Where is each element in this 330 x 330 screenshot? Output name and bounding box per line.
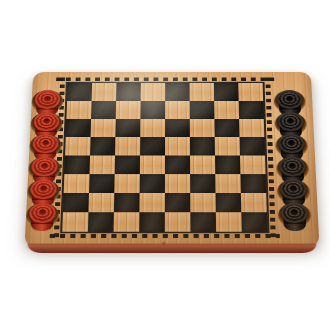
- board-square-light: [65, 137, 91, 155]
- board-square-light: [88, 193, 114, 212]
- board-square-light: [141, 83, 166, 101]
- board-square-light: [62, 212, 88, 231]
- board-square-light: [165, 101, 190, 119]
- piece-top-cap: [278, 134, 305, 153]
- board-square-dark: [214, 83, 239, 101]
- board-square-dark: [240, 174, 266, 193]
- piece-top-cap: [281, 203, 308, 223]
- board-square-dark: [239, 101, 264, 119]
- board-square-light: [238, 83, 263, 101]
- board-square-dark: [66, 119, 91, 137]
- board-square-dark: [88, 212, 114, 231]
- board-square-dark: [140, 174, 165, 193]
- board-square-dark: [63, 193, 89, 212]
- board-square-dark: [64, 156, 90, 175]
- piece-top-cap: [280, 179, 307, 199]
- board-square-light: [190, 83, 215, 101]
- board-square-light: [190, 156, 215, 175]
- board-square-dark: [190, 137, 215, 155]
- board-square-light: [66, 101, 91, 119]
- board-square-dark: [115, 156, 140, 175]
- board-side-edge: [27, 243, 316, 252]
- board-square-light: [241, 193, 267, 212]
- board-square-light: [140, 119, 165, 137]
- board-square-dark: [165, 156, 190, 175]
- board-square-light: [92, 83, 117, 101]
- board-square-dark: [139, 212, 165, 231]
- board-square-dark: [215, 156, 240, 175]
- board-square-light: [215, 137, 240, 155]
- board-square-light: [240, 156, 266, 175]
- board-square-light: [114, 212, 140, 231]
- board-square-dark: [165, 193, 190, 212]
- board-square-dark: [165, 83, 190, 101]
- board-square-dark: [140, 137, 165, 155]
- board-square-light: [139, 193, 165, 212]
- black-piece-stack: [281, 203, 309, 236]
- board-square-dark: [190, 174, 215, 193]
- checkers-board: [25, 72, 320, 248]
- board-square-light: [215, 174, 241, 193]
- board-square-dark: [90, 137, 115, 155]
- board-square-light: [190, 193, 216, 212]
- product-photo: [0, 0, 330, 330]
- board-square-dark: [165, 119, 190, 137]
- board-square-dark: [140, 101, 165, 119]
- board-square-light: [91, 119, 116, 137]
- board-square-light: [115, 137, 140, 155]
- board-square-light: [116, 101, 141, 119]
- board-square-dark: [214, 119, 239, 137]
- board-square-dark: [67, 83, 92, 101]
- board-square-light: [114, 174, 140, 193]
- board-square-light: [64, 174, 90, 193]
- inlay-border-bottom: [50, 234, 280, 238]
- board-square-light: [214, 101, 239, 119]
- board-square-dark: [216, 193, 242, 212]
- board-square-dark: [240, 137, 265, 155]
- board-square-light: [216, 212, 242, 231]
- board-square-dark: [115, 119, 140, 137]
- piece-top-cap: [279, 157, 306, 176]
- board-square-dark: [89, 174, 115, 193]
- red-piece-stack: [28, 203, 56, 236]
- wood-knot: [161, 241, 167, 245]
- board-square-dark: [190, 212, 216, 231]
- board-square-light: [165, 137, 190, 155]
- piece-top-cap: [277, 90, 303, 109]
- board-square-dark: [114, 193, 140, 212]
- board-square-light: [239, 119, 264, 137]
- board-square-dark: [91, 101, 116, 119]
- board-square-light: [165, 174, 190, 193]
- board-square-dark: [190, 101, 215, 119]
- board-square-light: [140, 156, 165, 175]
- board-square-dark: [116, 83, 141, 101]
- board-square-light: [90, 156, 116, 175]
- board-square-dark: [241, 212, 267, 231]
- piece-top-cap: [277, 112, 303, 131]
- board-square-light: [190, 119, 215, 137]
- board-square-light: [165, 212, 191, 231]
- board-grid: [62, 83, 267, 232]
- inlay-border-top: [56, 78, 274, 82]
